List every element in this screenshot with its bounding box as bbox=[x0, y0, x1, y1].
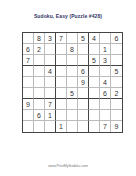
cell-r8c2-given: 6 bbox=[34, 110, 45, 121]
cell-r7c1-given: 9 bbox=[23, 99, 34, 110]
cell-r4c3-given: 4 bbox=[45, 66, 56, 77]
cell-r6c9-given: 2 bbox=[111, 88, 122, 99]
cell-r1c9-given: 6 bbox=[111, 33, 122, 44]
cell-r1c6-given: 5 bbox=[78, 33, 89, 44]
cell-r2c5-given: 8 bbox=[67, 44, 78, 55]
cell-r6c8-given: 6 bbox=[100, 88, 111, 99]
cell-r7c5-empty[interactable] bbox=[67, 99, 78, 110]
cell-r4c6-given: 6 bbox=[78, 66, 89, 77]
cell-r1c8-empty[interactable] bbox=[100, 33, 111, 44]
cell-r2c2-given: 2 bbox=[34, 44, 45, 55]
cell-r9c8-given: 7 bbox=[100, 121, 111, 132]
cell-r3c4-empty[interactable] bbox=[56, 55, 67, 66]
cell-r8c9-empty[interactable] bbox=[111, 110, 122, 121]
cell-r3c8-given: 3 bbox=[100, 55, 111, 66]
cell-r6c6-empty[interactable] bbox=[78, 88, 89, 99]
cell-r8c7-empty[interactable] bbox=[89, 110, 100, 121]
cell-r4c9-given: 5 bbox=[111, 66, 122, 77]
cell-r8c3-given: 1 bbox=[45, 110, 56, 121]
cell-r7c2-empty[interactable] bbox=[34, 99, 45, 110]
cell-r4c5-empty[interactable] bbox=[67, 66, 78, 77]
cell-r7c8-empty[interactable] bbox=[100, 99, 111, 110]
cell-r1c2-given: 8 bbox=[34, 33, 45, 44]
cell-r4c1-empty[interactable] bbox=[23, 66, 34, 77]
cell-r5c6-given: 9 bbox=[78, 77, 89, 88]
cell-r5c2-empty[interactable] bbox=[34, 77, 45, 88]
printable-sudoku-page: Sudoku, Easy (Puzzle #428) 8375466281753… bbox=[0, 0, 136, 176]
cell-r6c7-empty[interactable] bbox=[89, 88, 100, 99]
cell-r9c2-empty[interactable] bbox=[34, 121, 45, 132]
cell-r6c4-empty[interactable] bbox=[56, 88, 67, 99]
cell-r4c7-empty[interactable] bbox=[89, 66, 100, 77]
cell-r9c5-empty[interactable] bbox=[67, 121, 78, 132]
cell-r8c1-empty[interactable] bbox=[23, 110, 34, 121]
cell-r6c2-empty[interactable] bbox=[34, 88, 45, 99]
cell-r5c3-empty[interactable] bbox=[45, 77, 56, 88]
cell-r3c2-empty[interactable] bbox=[34, 55, 45, 66]
cell-r7c9-empty[interactable] bbox=[111, 99, 122, 110]
cell-r1c4-given: 7 bbox=[56, 33, 67, 44]
puzzle-title: Sudoku, Easy (Puzzle #428) bbox=[0, 13, 136, 19]
cell-r9c1-empty[interactable] bbox=[23, 121, 34, 132]
cell-r7c6-empty[interactable] bbox=[78, 99, 89, 110]
cell-r8c4-empty[interactable] bbox=[56, 110, 67, 121]
cell-r8c5-empty[interactable] bbox=[67, 110, 78, 121]
cell-r8c8-empty[interactable] bbox=[100, 110, 111, 121]
cell-r9c7-empty[interactable] bbox=[89, 121, 100, 132]
cell-r6c5-given: 5 bbox=[67, 88, 78, 99]
cell-r9c4-given: 1 bbox=[56, 121, 67, 132]
cell-r7c3-given: 7 bbox=[45, 99, 56, 110]
cell-r7c7-empty[interactable] bbox=[89, 99, 100, 110]
cell-r5c8-given: 4 bbox=[100, 77, 111, 88]
sudoku-board: 8375466281753465945629761179 bbox=[22, 32, 123, 133]
cell-r1c7-given: 4 bbox=[89, 33, 100, 44]
cell-r8c6-empty[interactable] bbox=[78, 110, 89, 121]
footer-url: www.PrintMySudoku.com bbox=[0, 164, 136, 168]
cell-r5c9-empty[interactable] bbox=[111, 77, 122, 88]
cell-r3c6-empty[interactable] bbox=[78, 55, 89, 66]
cell-r1c5-empty[interactable] bbox=[67, 33, 78, 44]
cell-r4c8-empty[interactable] bbox=[100, 66, 111, 77]
cell-r2c3-empty[interactable] bbox=[45, 44, 56, 55]
cell-r4c4-empty[interactable] bbox=[56, 66, 67, 77]
cell-r6c1-empty[interactable] bbox=[23, 88, 34, 99]
cell-r1c1-empty[interactable] bbox=[23, 33, 34, 44]
cell-r6c3-empty[interactable] bbox=[45, 88, 56, 99]
cell-r9c6-empty[interactable] bbox=[78, 121, 89, 132]
cell-r5c7-empty[interactable] bbox=[89, 77, 100, 88]
cell-r3c3-empty[interactable] bbox=[45, 55, 56, 66]
cell-r2c9-empty[interactable] bbox=[111, 44, 122, 55]
cell-r3c5-empty[interactable] bbox=[67, 55, 78, 66]
cell-r3c7-given: 5 bbox=[89, 55, 100, 66]
cell-r2c4-empty[interactable] bbox=[56, 44, 67, 55]
cell-r2c1-given: 6 bbox=[23, 44, 34, 55]
cell-r9c9-given: 9 bbox=[111, 121, 122, 132]
cell-r1c3-given: 3 bbox=[45, 33, 56, 44]
cell-r9c3-empty[interactable] bbox=[45, 121, 56, 132]
cell-r5c1-empty[interactable] bbox=[23, 77, 34, 88]
cell-r7c4-empty[interactable] bbox=[56, 99, 67, 110]
cell-r5c5-empty[interactable] bbox=[67, 77, 78, 88]
cell-r3c9-empty[interactable] bbox=[111, 55, 122, 66]
cell-r2c7-empty[interactable] bbox=[89, 44, 100, 55]
cell-r2c6-empty[interactable] bbox=[78, 44, 89, 55]
cell-r3c1-given: 7 bbox=[23, 55, 34, 66]
cell-r2c8-given: 1 bbox=[100, 44, 111, 55]
cell-r4c2-empty[interactable] bbox=[34, 66, 45, 77]
cell-r5c4-empty[interactable] bbox=[56, 77, 67, 88]
